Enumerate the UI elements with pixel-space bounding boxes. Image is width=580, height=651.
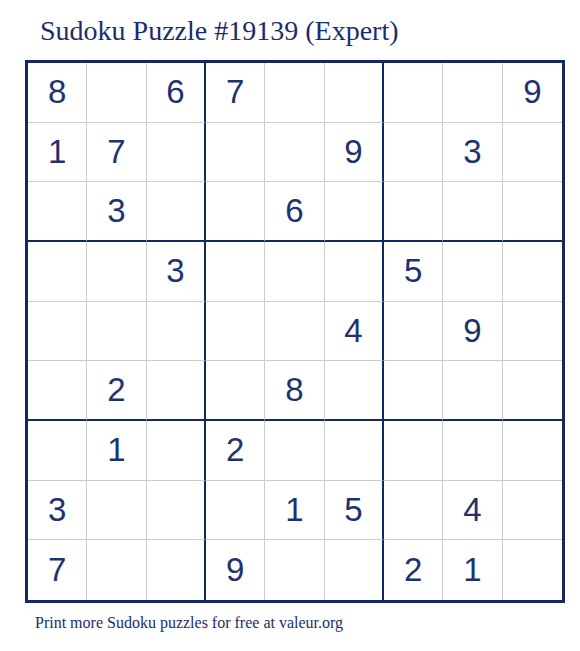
cell-r8c9[interactable]	[503, 481, 562, 541]
cell-r5c9[interactable]	[503, 302, 562, 362]
cell-r6c2: 2	[87, 361, 146, 421]
cell-r9c4: 9	[206, 540, 265, 600]
cell-r7c2: 1	[87, 421, 146, 481]
cell-r1c8[interactable]	[443, 63, 502, 123]
cell-r9c1: 7	[28, 540, 87, 600]
cell-r7c1[interactable]	[28, 421, 87, 481]
cell-r2c1: 1	[28, 123, 87, 183]
cell-r8c5: 1	[265, 481, 324, 541]
cell-r5c4[interactable]	[206, 302, 265, 362]
cell-r2c2: 7	[87, 123, 146, 183]
cell-r4c9[interactable]	[503, 242, 562, 302]
cell-r6c3[interactable]	[147, 361, 206, 421]
cell-r8c8: 4	[443, 481, 502, 541]
page-title: Sudoku Puzzle #19139 (Expert)	[40, 14, 399, 48]
cell-r1c1: 8	[28, 63, 87, 123]
cell-r3c1[interactable]	[28, 182, 87, 242]
cell-r3c3[interactable]	[147, 182, 206, 242]
cell-r5c1[interactable]	[28, 302, 87, 362]
cell-r4c1[interactable]	[28, 242, 87, 302]
cell-r4c4[interactable]	[206, 242, 265, 302]
cell-r8c4[interactable]	[206, 481, 265, 541]
cell-r3c9[interactable]	[503, 182, 562, 242]
cell-r4c5[interactable]	[265, 242, 324, 302]
cell-r1c4: 7	[206, 63, 265, 123]
cell-r5c3[interactable]	[147, 302, 206, 362]
cell-r9c8: 1	[443, 540, 502, 600]
cell-r3c2: 3	[87, 182, 146, 242]
sudoku-page: Sudoku Puzzle #19139 (Expert) 8679179336…	[0, 0, 580, 651]
cell-r3c7[interactable]	[384, 182, 443, 242]
sudoku-grid: 86791793363549281231547921	[25, 60, 565, 603]
cell-r9c3[interactable]	[147, 540, 206, 600]
cell-r9c5[interactable]	[265, 540, 324, 600]
cell-r3c5: 6	[265, 182, 324, 242]
cell-r2c5[interactable]	[265, 123, 324, 183]
cell-r6c8[interactable]	[443, 361, 502, 421]
cell-r9c2[interactable]	[87, 540, 146, 600]
cell-r6c1[interactable]	[28, 361, 87, 421]
cell-r5c2[interactable]	[87, 302, 146, 362]
cell-r6c7[interactable]	[384, 361, 443, 421]
cell-r6c4[interactable]	[206, 361, 265, 421]
cell-r8c6: 5	[325, 481, 384, 541]
cell-r2c9[interactable]	[503, 123, 562, 183]
cell-r4c6[interactable]	[325, 242, 384, 302]
cell-r1c6[interactable]	[325, 63, 384, 123]
cell-r7c7[interactable]	[384, 421, 443, 481]
cell-r9c7: 2	[384, 540, 443, 600]
cell-r1c9: 9	[503, 63, 562, 123]
cell-r5c5[interactable]	[265, 302, 324, 362]
cell-r7c9[interactable]	[503, 421, 562, 481]
cell-r5c6: 4	[325, 302, 384, 362]
cell-r3c6[interactable]	[325, 182, 384, 242]
cell-r9c9[interactable]	[503, 540, 562, 600]
cell-r7c6[interactable]	[325, 421, 384, 481]
cell-r8c3[interactable]	[147, 481, 206, 541]
cell-r1c7[interactable]	[384, 63, 443, 123]
cell-r1c3: 6	[147, 63, 206, 123]
cell-r3c8[interactable]	[443, 182, 502, 242]
cell-r8c1: 3	[28, 481, 87, 541]
cell-r8c2[interactable]	[87, 481, 146, 541]
cell-r5c7[interactable]	[384, 302, 443, 362]
cell-r1c5[interactable]	[265, 63, 324, 123]
cell-r1c2[interactable]	[87, 63, 146, 123]
cell-r8c7[interactable]	[384, 481, 443, 541]
cell-r4c7: 5	[384, 242, 443, 302]
cell-r4c3: 3	[147, 242, 206, 302]
cell-r7c4: 2	[206, 421, 265, 481]
cell-r3c4[interactable]	[206, 182, 265, 242]
footer-note: Print more Sudoku puzzles for free at va…	[35, 614, 343, 632]
cell-r9c6[interactable]	[325, 540, 384, 600]
cell-r2c7[interactable]	[384, 123, 443, 183]
cell-r7c5[interactable]	[265, 421, 324, 481]
cell-r6c9[interactable]	[503, 361, 562, 421]
cell-r4c2[interactable]	[87, 242, 146, 302]
cell-r6c5: 8	[265, 361, 324, 421]
cell-r2c4[interactable]	[206, 123, 265, 183]
cell-r2c3[interactable]	[147, 123, 206, 183]
cell-r7c3[interactable]	[147, 421, 206, 481]
cell-r2c6: 9	[325, 123, 384, 183]
cell-r7c8[interactable]	[443, 421, 502, 481]
cell-r4c8[interactable]	[443, 242, 502, 302]
cell-r6c6[interactable]	[325, 361, 384, 421]
cell-r5c8: 9	[443, 302, 502, 362]
cell-r2c8: 3	[443, 123, 502, 183]
